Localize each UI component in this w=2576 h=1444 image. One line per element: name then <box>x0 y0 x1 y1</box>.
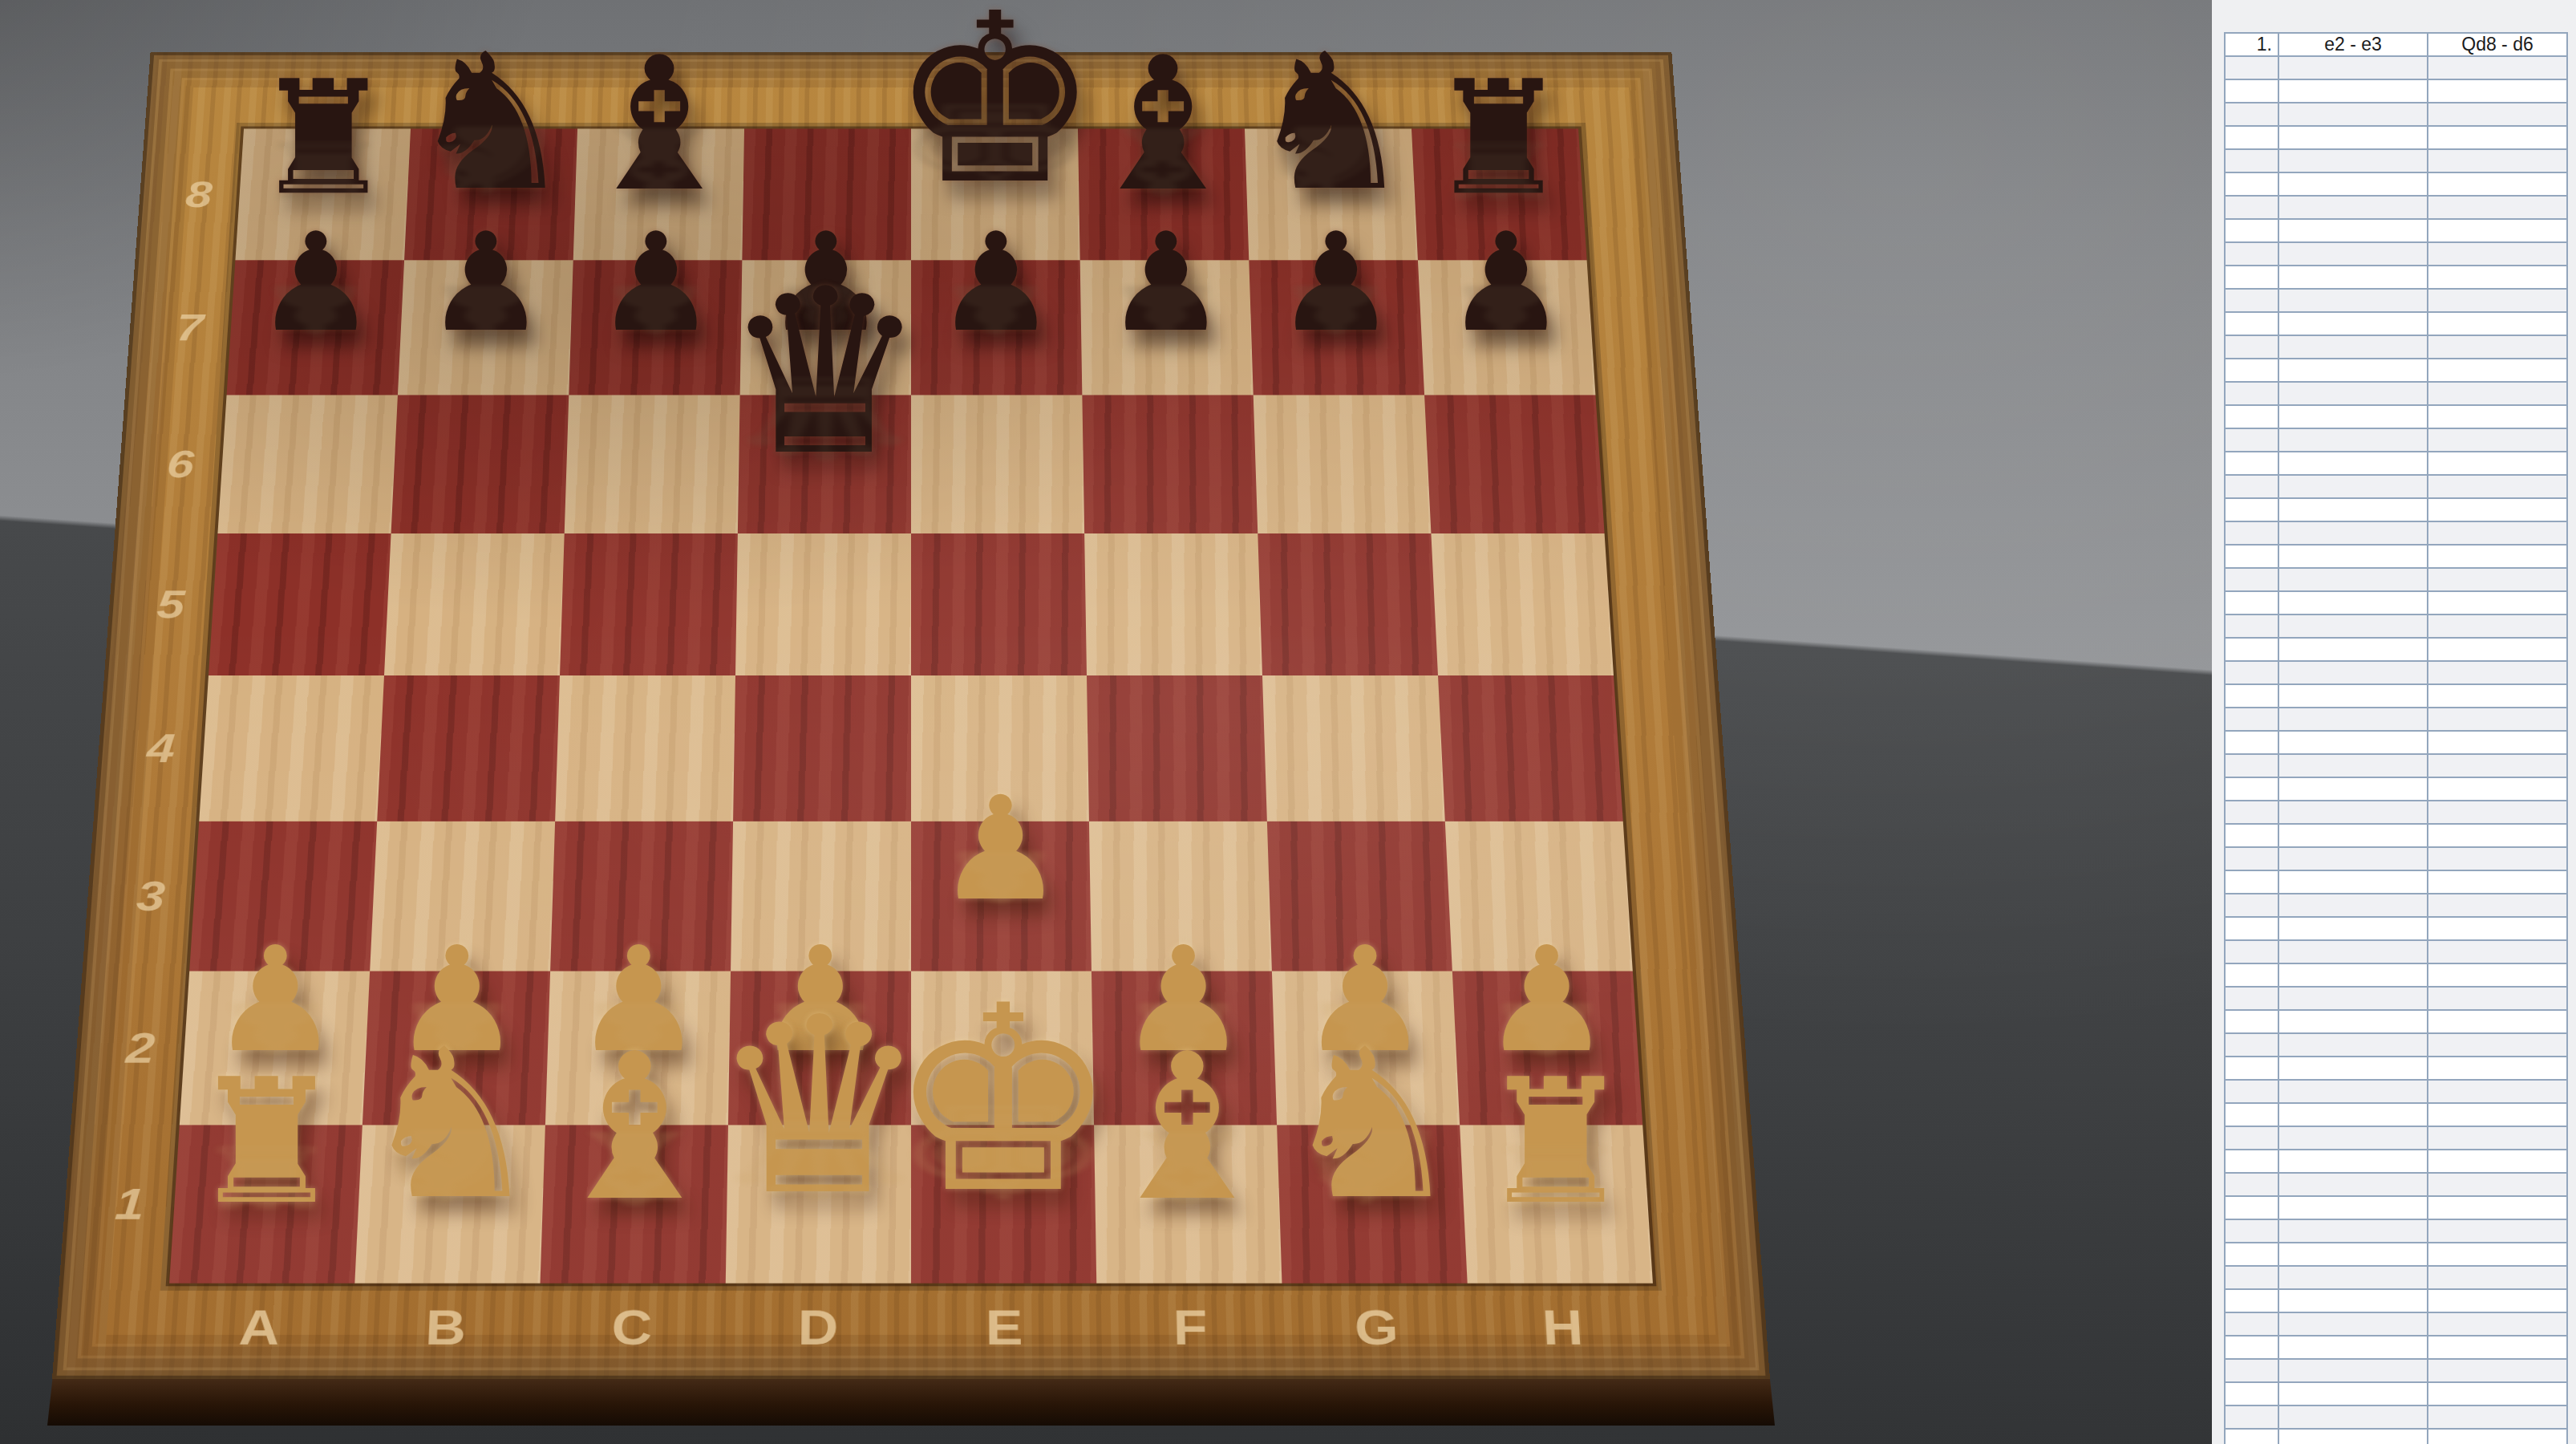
square-f5[interactable] <box>1084 533 1262 675</box>
empty-cell <box>2226 383 2279 404</box>
empty-cell <box>2226 80 2279 102</box>
empty-cell <box>2279 80 2428 102</box>
empty-cell <box>2226 1034 2279 1056</box>
black-pawn-h7[interactable]: ♟♟ <box>1445 215 1567 479</box>
empty-cell <box>2226 290 2279 311</box>
empty-cell <box>2226 639 2279 660</box>
move-row-empty <box>2226 639 2566 662</box>
empty-cell <box>2428 1243 2566 1265</box>
move-number: 1. <box>2226 34 2279 55</box>
empty-cell <box>2428 1174 2566 1195</box>
empty-cell <box>2428 848 2566 870</box>
empty-cell <box>2279 708 2428 730</box>
empty-cell <box>2279 918 2428 939</box>
piece-reflection: ♟ <box>937 840 1065 911</box>
move-row-empty <box>2226 173 2566 197</box>
white-rook-a1[interactable]: ♜♜ <box>189 1057 344 1391</box>
empty-cell <box>2428 476 2566 497</box>
empty-cell <box>2226 941 2279 963</box>
move-row-empty <box>2226 1197 2566 1220</box>
empty-cell <box>2226 755 2279 777</box>
move-row-empty <box>2226 127 2566 150</box>
empty-cell <box>2279 941 2428 963</box>
empty-cell <box>2226 406 2279 428</box>
empty-cell <box>2279 429 2428 451</box>
empty-cell <box>2226 615 2279 637</box>
empty-cell <box>2279 592 2428 614</box>
move-row-empty <box>2226 592 2566 615</box>
empty-cell <box>2226 1360 2279 1381</box>
square-c5[interactable] <box>560 533 738 675</box>
rank-label-2: 2 <box>99 971 181 1126</box>
black-move-cell: Qd8 - d6 <box>2428 34 2566 55</box>
empty-cell <box>2279 569 2428 590</box>
empty-cell <box>2279 383 2428 404</box>
empty-cell <box>2279 894 2428 916</box>
empty-cell <box>2428 639 2566 660</box>
empty-cell <box>2428 801 2566 823</box>
empty-cell <box>2226 569 2279 590</box>
empty-cell <box>2226 103 2279 125</box>
white-knight-g1[interactable]: ♞♞ <box>1279 1023 1464 1422</box>
piece-reflection: ♝ <box>577 114 742 206</box>
piece-reflection: ♜ <box>253 129 395 208</box>
move-row-empty <box>2226 569 2566 592</box>
piece-reflection: ♝ <box>545 1116 726 1217</box>
empty-cell <box>2226 662 2279 683</box>
piece-reflection: ♚ <box>890 86 1100 203</box>
move-row-empty <box>2226 313 2566 336</box>
empty-cell <box>2279 359 2428 381</box>
empty-cell <box>2279 150 2428 172</box>
empty-cell <box>2226 499 2279 521</box>
empty-cell <box>2428 569 2566 590</box>
black-pawn-b7[interactable]: ♟♟ <box>425 215 547 479</box>
square-a4[interactable] <box>199 675 384 821</box>
empty-cell <box>2226 1290 2279 1312</box>
move-row-empty <box>2226 290 2566 313</box>
empty-cell <box>2428 220 2566 241</box>
empty-cell <box>2279 1313 2428 1335</box>
empty-cell <box>2279 662 2428 683</box>
empty-cell <box>2279 755 2428 777</box>
white-knight-b1[interactable]: ♞♞ <box>358 1023 543 1422</box>
move-row-empty <box>2226 1430 2566 1444</box>
empty-cell <box>2428 1430 2566 1444</box>
move-row-empty <box>2226 755 2566 778</box>
move-row-empty <box>2226 615 2566 639</box>
empty-cell <box>2279 1406 2428 1428</box>
empty-cell <box>2226 1174 2279 1195</box>
empty-cell <box>2279 243 2428 265</box>
move-row-empty <box>2226 1034 2566 1057</box>
move-row-empty <box>2226 964 2566 988</box>
square-a5[interactable] <box>209 533 391 675</box>
empty-cell <box>2226 546 2279 567</box>
move-row-empty <box>2226 685 2566 708</box>
empty-cell <box>2279 499 2428 521</box>
empty-cell <box>2428 546 2566 567</box>
empty-cell <box>2279 615 2428 637</box>
move-rows: 1. e2 - e3 Qd8 - d6 <box>2226 34 2566 1444</box>
empty-cell <box>2428 1360 2566 1381</box>
move-row-empty <box>2226 57 2566 80</box>
empty-cell <box>2428 1313 2566 1335</box>
move-row-empty <box>2226 1243 2566 1267</box>
empty-cell <box>2226 1011 2279 1032</box>
empty-cell <box>2279 1360 2428 1381</box>
move-row-empty <box>2226 1406 2566 1430</box>
move-row-empty <box>2226 894 2566 918</box>
empty-cell <box>2279 313 2428 335</box>
white-bishop-f1[interactable]: ♝♝ <box>1097 1027 1278 1418</box>
empty-cell <box>2279 1290 2428 1312</box>
empty-cell <box>2279 1220 2428 1242</box>
rank-label-7: 7 <box>152 260 228 395</box>
empty-cell <box>2428 1220 2566 1242</box>
empty-cell <box>2428 941 2566 963</box>
empty-cell <box>2226 429 2279 451</box>
move-row-empty <box>2226 546 2566 569</box>
move-row-empty <box>2226 871 2566 894</box>
empty-cell <box>2226 732 2279 753</box>
move-row-empty <box>2226 1057 2566 1081</box>
empty-cell <box>2428 127 2566 148</box>
move-row-empty <box>2226 80 2566 103</box>
empty-cell <box>2226 894 2279 916</box>
empty-cell <box>2428 1406 2566 1428</box>
empty-cell <box>2428 1290 2566 1312</box>
empty-cell <box>2279 1197 2428 1219</box>
piece-reflection: ♟ <box>935 274 1057 343</box>
empty-cell <box>2226 266 2279 288</box>
empty-cell <box>2428 825 2566 846</box>
move-row-empty <box>2226 1290 2566 1313</box>
empty-cell <box>2428 1104 2566 1126</box>
piece-reflection: ♞ <box>407 112 576 205</box>
square-h5[interactable] <box>1431 533 1614 675</box>
empty-cell <box>2226 1313 2279 1335</box>
move-row-empty <box>2226 1220 2566 1243</box>
empty-cell <box>2279 825 2428 846</box>
empty-cell <box>2279 476 2428 497</box>
move-row-empty <box>2226 1104 2566 1127</box>
empty-cell <box>2428 359 2566 381</box>
empty-cell <box>2428 173 2566 195</box>
move-row-empty <box>2226 1360 2566 1383</box>
move-row-empty <box>2226 1267 2566 1290</box>
square-e5[interactable] <box>911 533 1087 675</box>
move-row-empty <box>2226 499 2566 522</box>
empty-cell <box>2428 685 2566 707</box>
piece-reflection: ♝ <box>1080 114 1245 206</box>
empty-cell <box>2226 1220 2279 1242</box>
empty-cell <box>2226 197 2279 218</box>
square-c4[interactable] <box>555 675 735 821</box>
rank-label-5: 5 <box>132 533 210 675</box>
empty-cell <box>2226 1243 2279 1265</box>
black-pawn-c7[interactable]: ♟♟ <box>595 215 717 479</box>
piece-reflection: ♜ <box>189 1132 344 1218</box>
move-list-panel[interactable]: 1. e2 - e3 Qd8 - d6 <box>2212 0 2576 1444</box>
empty-cell <box>2279 336 2428 358</box>
empty-cell <box>2279 1337 2428 1358</box>
empty-cell <box>2226 778 2279 800</box>
rank-label-1: 1 <box>88 1125 172 1283</box>
empty-cell <box>2428 243 2566 265</box>
move-row-empty <box>2226 848 2566 871</box>
empty-cell <box>2279 685 2428 707</box>
piece-reflection: ♟ <box>425 274 547 343</box>
empty-cell <box>2279 197 2428 218</box>
empty-cell <box>2226 173 2279 195</box>
square-g5[interactable] <box>1258 533 1438 675</box>
empty-cell <box>2226 476 2279 497</box>
piece-reflection: ♟ <box>595 274 717 343</box>
white-king-e1[interactable]: ♚♚ <box>888 972 1118 1444</box>
empty-cell <box>2226 592 2279 614</box>
empty-cell <box>2226 243 2279 265</box>
empty-cell <box>2226 1267 2279 1288</box>
empty-cell <box>2428 894 2566 916</box>
empty-cell <box>2428 1034 2566 1056</box>
empty-cell <box>2428 918 2566 939</box>
empty-cell <box>2428 406 2566 428</box>
black-pawn-g7[interactable]: ♟♟ <box>1275 215 1397 479</box>
empty-cell <box>2226 452 2279 474</box>
move-row-empty <box>2226 1337 2566 1360</box>
move-row-empty <box>2226 778 2566 801</box>
empty-cell <box>2428 1337 2566 1358</box>
move-row-empty <box>2226 1081 2566 1104</box>
empty-cell <box>2279 406 2428 428</box>
piece-reflection: ♝ <box>1097 1116 1278 1217</box>
white-rook-h1[interactable]: ♜♜ <box>1478 1057 1633 1391</box>
black-queen-d6[interactable]: ♛♛ <box>723 259 927 702</box>
empty-cell <box>2226 1150 2279 1172</box>
empty-cell <box>2428 988 2566 1009</box>
empty-cell <box>2226 1081 2279 1102</box>
empty-cell <box>2428 197 2566 218</box>
move-row-empty <box>2226 243 2566 266</box>
empty-cell <box>2226 1337 2279 1358</box>
empty-cell <box>2279 522 2428 544</box>
move-row-empty <box>2226 708 2566 732</box>
empty-cell <box>2279 103 2428 125</box>
move-row-empty <box>2226 359 2566 383</box>
white-bishop-c1[interactable]: ♝♝ <box>545 1027 726 1418</box>
move-row-1: 1. e2 - e3 Qd8 - d6 <box>2226 34 2566 57</box>
empty-cell <box>2279 871 2428 893</box>
piece-reflection: ♞ <box>1279 1113 1464 1216</box>
empty-cell <box>2279 848 2428 870</box>
move-row-empty <box>2226 801 2566 825</box>
empty-cell <box>2279 546 2428 567</box>
empty-cell <box>2279 1104 2428 1126</box>
empty-cell <box>2279 1243 2428 1265</box>
empty-cell <box>2279 1267 2428 1288</box>
rank-label-4: 4 <box>121 675 200 821</box>
move-row-empty <box>2226 988 2566 1011</box>
empty-cell <box>2226 1406 2279 1428</box>
empty-cell <box>2428 755 2566 777</box>
empty-cell <box>2428 266 2566 288</box>
empty-cell <box>2226 685 2279 707</box>
empty-cell <box>2428 57 2566 79</box>
move-list-table: 1. e2 - e3 Qd8 - d6 <box>2224 32 2568 1444</box>
empty-cell <box>2428 871 2566 893</box>
empty-cell <box>2279 57 2428 79</box>
move-row-empty <box>2226 383 2566 406</box>
rank-label-6: 6 <box>142 395 219 533</box>
empty-cell <box>2226 57 2279 79</box>
move-row-empty <box>2226 732 2566 755</box>
empty-cell <box>2226 150 2279 172</box>
empty-cell <box>2428 429 2566 451</box>
move-row-empty <box>2226 336 2566 359</box>
piece-reflection: ♟ <box>1445 274 1567 343</box>
move-row-empty <box>2226 197 2566 220</box>
empty-cell <box>2279 1430 2428 1444</box>
empty-cell <box>2226 220 2279 241</box>
move-row-empty <box>2226 522 2566 546</box>
move-row-empty <box>2226 941 2566 964</box>
empty-cell <box>2428 592 2566 614</box>
empty-cell <box>2279 1127 2428 1149</box>
empty-cell <box>2279 127 2428 148</box>
empty-cell <box>2428 80 2566 102</box>
piece-reflection: ♞ <box>358 1113 543 1216</box>
empty-cell <box>2226 848 2279 870</box>
empty-cell <box>2428 708 2566 730</box>
empty-cell <box>2279 1383 2428 1405</box>
move-row-empty <box>2226 1174 2566 1197</box>
empty-cell <box>2428 1057 2566 1079</box>
black-pawn-a7[interactable]: ♟♟ <box>255 215 377 479</box>
empty-cell <box>2226 127 2279 148</box>
empty-cell <box>2279 290 2428 311</box>
empty-cell <box>2428 662 2566 683</box>
empty-cell <box>2279 964 2428 986</box>
empty-cell <box>2428 964 2566 986</box>
empty-cell <box>2279 452 2428 474</box>
empty-cell <box>2226 313 2279 335</box>
move-row-empty <box>2226 1313 2566 1337</box>
piece-reflection: ♟ <box>1275 274 1397 343</box>
empty-cell <box>2226 708 2279 730</box>
empty-cell <box>2279 778 2428 800</box>
empty-cell <box>2226 918 2279 939</box>
empty-cell <box>2428 336 2566 358</box>
empty-cell <box>2279 732 2428 753</box>
empty-cell <box>2428 1081 2566 1102</box>
move-row-empty <box>2226 220 2566 243</box>
move-row-empty <box>2226 1150 2566 1174</box>
piece-reflection: ♛ <box>723 359 927 473</box>
empty-cell <box>2226 964 2279 986</box>
piece-reflection: ♜ <box>1428 129 1569 208</box>
empty-cell <box>2226 522 2279 544</box>
empty-cell <box>2428 290 2566 311</box>
move-row-empty <box>2226 452 2566 476</box>
move-row-empty <box>2226 662 2566 685</box>
empty-cell <box>2226 988 2279 1009</box>
move-row-empty <box>2226 918 2566 941</box>
move-row-empty <box>2226 1383 2566 1406</box>
move-row-empty <box>2226 476 2566 499</box>
empty-cell <box>2226 801 2279 823</box>
square-f4[interactable] <box>1087 675 1267 821</box>
empty-cell <box>2279 1174 2428 1195</box>
empty-cell <box>2226 825 2279 846</box>
piece-reflection: ♟ <box>255 274 377 343</box>
square-h4[interactable] <box>1438 675 1623 821</box>
piece-reflection: ♜ <box>1478 1132 1633 1218</box>
empty-cell <box>2279 639 2428 660</box>
black-pawn-f7[interactable]: ♟♟ <box>1105 215 1227 479</box>
empty-cell <box>2428 1011 2566 1032</box>
empty-cell <box>2279 266 2428 288</box>
black-pawn-e7[interactable]: ♟♟ <box>935 215 1057 479</box>
empty-cell <box>2428 313 2566 335</box>
square-g4[interactable] <box>1262 675 1445 821</box>
piece-reflection: ♚ <box>888 1085 1118 1214</box>
empty-cell <box>2428 732 2566 753</box>
empty-cell <box>2428 499 2566 521</box>
rank-label-8: 8 <box>161 128 236 260</box>
move-row-empty <box>2226 406 2566 429</box>
piece-reflection: ♟ <box>1105 274 1227 343</box>
empty-cell <box>2226 1383 2279 1405</box>
empty-cell <box>2279 1081 2428 1102</box>
empty-cell <box>2226 1197 2279 1219</box>
empty-cell <box>2428 1127 2566 1149</box>
empty-cell <box>2226 1057 2279 1079</box>
empty-cell <box>2226 1127 2279 1149</box>
empty-cell <box>2428 1267 2566 1288</box>
move-row-empty <box>2226 1011 2566 1034</box>
empty-cell <box>2428 1383 2566 1405</box>
empty-cell <box>2279 1150 2428 1172</box>
move-row-empty <box>2226 266 2566 290</box>
move-row-empty <box>2226 825 2566 848</box>
empty-cell <box>2226 871 2279 893</box>
empty-cell <box>2226 359 2279 381</box>
empty-cell <box>2279 173 2428 195</box>
empty-cell <box>2279 1057 2428 1079</box>
rank-label-3: 3 <box>111 821 192 971</box>
scene-3d-background: ABCDEFGH 87654321 ♜♜♞♞♝♝♚♚♝♝♞♞♜♜♟♟♟♟♟♟♟♟… <box>0 0 2212 1444</box>
move-row-empty <box>2226 1127 2566 1150</box>
square-b5[interactable] <box>384 533 565 675</box>
move-row-empty <box>2226 429 2566 452</box>
move-row-empty <box>2226 150 2566 173</box>
empty-cell <box>2428 522 2566 544</box>
white-move-cell: e2 - e3 <box>2279 34 2428 55</box>
empty-cell <box>2226 1104 2279 1126</box>
empty-cell <box>2428 1150 2566 1172</box>
empty-cell <box>2428 103 2566 125</box>
empty-cell <box>2428 778 2566 800</box>
empty-cell <box>2279 1034 2428 1056</box>
empty-cell <box>2226 1430 2279 1444</box>
empty-cell <box>2226 336 2279 358</box>
empty-cell <box>2279 220 2428 241</box>
move-row-empty <box>2226 103 2566 127</box>
square-b4[interactable] <box>377 675 560 821</box>
piece-reflection: ♞ <box>1246 112 1415 205</box>
empty-cell <box>2428 383 2566 404</box>
